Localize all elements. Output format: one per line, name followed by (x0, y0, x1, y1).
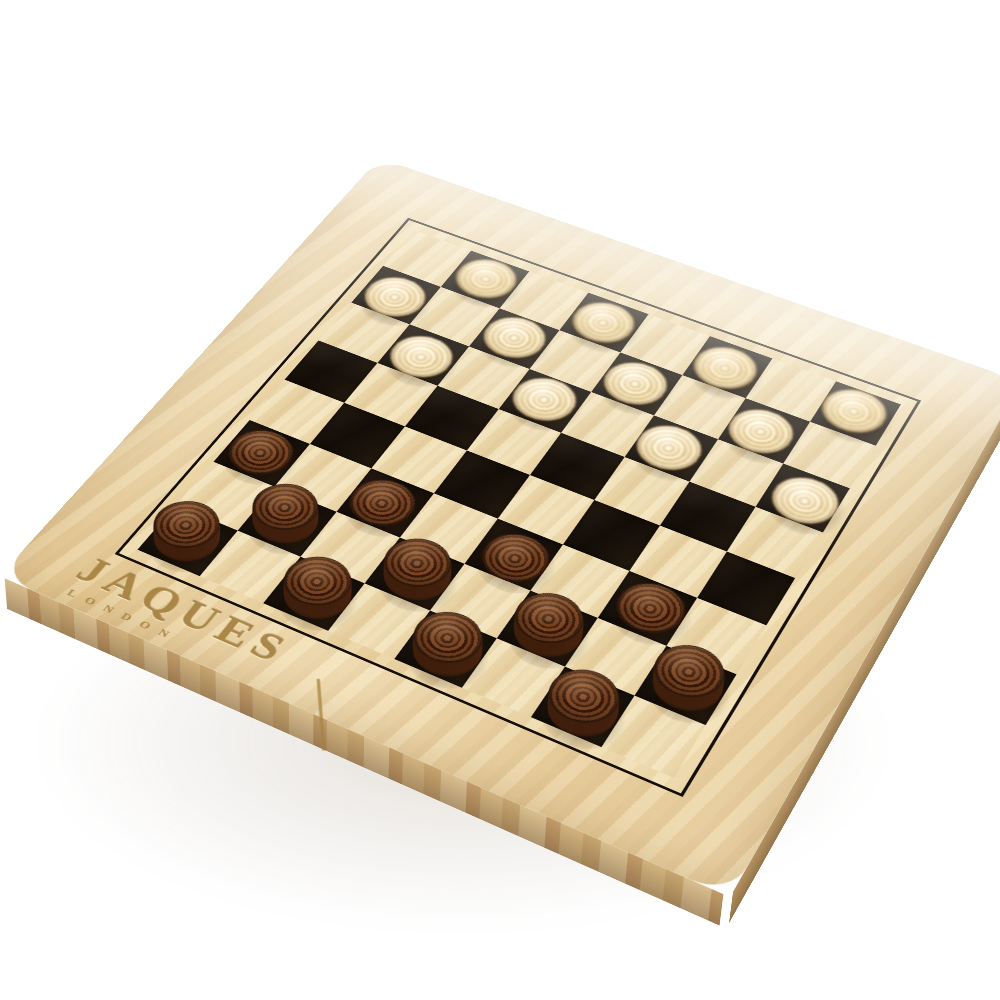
checker-piece-dark[interactable] (338, 471, 426, 533)
checker-piece-dark[interactable] (536, 673, 629, 746)
checker-piece-dark[interactable] (502, 597, 593, 666)
piece-contact-shadow (597, 572, 708, 656)
piece-contact-shadow (329, 469, 438, 547)
product-photo-scene: JAQUES LONDON (0, 0, 1000, 1000)
checker-piece-dark[interactable] (471, 525, 560, 590)
checker-piece-dark[interactable] (606, 574, 696, 641)
checker-piece-dark[interactable] (141, 505, 231, 569)
checker-piece-dark[interactable] (372, 543, 462, 609)
checker-piece-light[interactable] (762, 469, 847, 531)
checker-piece-dark[interactable] (401, 616, 493, 686)
checker-piece-dark[interactable] (241, 488, 330, 551)
checker-piece-dark[interactable] (272, 561, 363, 628)
checker-piece-dark[interactable] (642, 649, 734, 720)
